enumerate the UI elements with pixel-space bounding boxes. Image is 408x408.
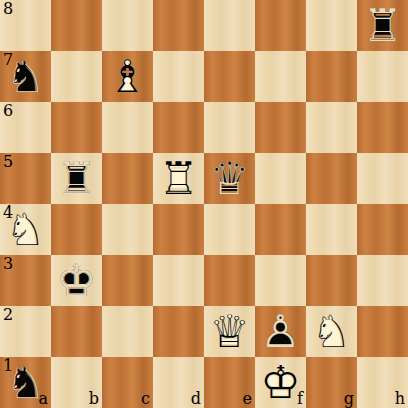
black-rook-outline: ♖ (51, 153, 102, 204)
square-d6[interactable] (153, 102, 204, 153)
square-a5[interactable] (0, 153, 51, 204)
square-e4[interactable] (204, 204, 255, 255)
piece-white-knight[interactable]: ♞♘ (306, 306, 357, 357)
square-h3[interactable] (357, 255, 408, 306)
square-c2[interactable] (102, 306, 153, 357)
square-g1[interactable] (306, 357, 357, 408)
square-b1[interactable] (51, 357, 102, 408)
square-h6[interactable] (357, 102, 408, 153)
square-a2[interactable] (0, 306, 51, 357)
square-g5[interactable] (306, 153, 357, 204)
piece-black-pawn[interactable]: ♟♙ (255, 306, 306, 357)
black-queen-outline: ♕ (204, 153, 255, 204)
square-e8[interactable] (204, 0, 255, 51)
black-pawn-outline: ♙ (255, 306, 306, 357)
square-b2[interactable] (51, 306, 102, 357)
square-g6[interactable] (306, 102, 357, 153)
piece-black-knight[interactable]: ♞♘ (0, 357, 51, 408)
black-king-outline: ♔ (51, 255, 102, 306)
square-f5[interactable] (255, 153, 306, 204)
piece-black-queen[interactable]: ♛♕ (204, 153, 255, 204)
square-e7[interactable] (204, 51, 255, 102)
square-g8[interactable] (306, 0, 357, 51)
square-h1[interactable] (357, 357, 408, 408)
white-queen-outline: ♕ (204, 306, 255, 357)
piece-black-rook[interactable]: ♜♖ (357, 0, 408, 51)
black-rook-outline: ♖ (357, 0, 408, 51)
square-a7[interactable]: ♞♘ (0, 51, 51, 102)
square-f8[interactable] (255, 0, 306, 51)
square-a1[interactable]: ♞♘ (0, 357, 51, 408)
black-knight-outline: ♘ (0, 357, 51, 408)
square-c4[interactable] (102, 204, 153, 255)
piece-black-knight[interactable]: ♞♘ (0, 51, 51, 102)
square-c1[interactable] (102, 357, 153, 408)
square-d2[interactable] (153, 306, 204, 357)
square-d3[interactable] (153, 255, 204, 306)
black-knight-outline: ♘ (0, 51, 51, 102)
square-d4[interactable] (153, 204, 204, 255)
square-a3[interactable] (0, 255, 51, 306)
square-h7[interactable] (357, 51, 408, 102)
square-a6[interactable] (0, 102, 51, 153)
square-h2[interactable] (357, 306, 408, 357)
square-c6[interactable] (102, 102, 153, 153)
white-knight-outline: ♘ (0, 204, 51, 255)
square-c5[interactable] (102, 153, 153, 204)
square-f7[interactable] (255, 51, 306, 102)
piece-white-bishop[interactable]: ♝♗ (102, 51, 153, 102)
white-bishop-outline: ♗ (102, 51, 153, 102)
square-f6[interactable] (255, 102, 306, 153)
square-f1[interactable]: ♚♔ (255, 357, 306, 408)
piece-white-rook[interactable]: ♜♖ (153, 153, 204, 204)
square-e6[interactable] (204, 102, 255, 153)
square-d5[interactable]: ♜♖ (153, 153, 204, 204)
square-a4[interactable]: ♞♘ (0, 204, 51, 255)
square-b6[interactable] (51, 102, 102, 153)
piece-white-knight[interactable]: ♞♘ (0, 204, 51, 255)
square-c3[interactable] (102, 255, 153, 306)
square-e5[interactable]: ♛♕ (204, 153, 255, 204)
square-c8[interactable] (102, 0, 153, 51)
white-rook-outline: ♖ (153, 153, 204, 204)
white-king-outline: ♔ (255, 357, 306, 408)
square-b7[interactable] (51, 51, 102, 102)
piece-black-king[interactable]: ♚♔ (51, 255, 102, 306)
square-f3[interactable] (255, 255, 306, 306)
square-a8[interactable] (0, 0, 51, 51)
square-h8[interactable]: ♜♖ (357, 0, 408, 51)
square-f2[interactable]: ♟♙ (255, 306, 306, 357)
square-d7[interactable] (153, 51, 204, 102)
square-d8[interactable] (153, 0, 204, 51)
square-e2[interactable]: ♛♕ (204, 306, 255, 357)
square-g3[interactable] (306, 255, 357, 306)
piece-white-queen[interactable]: ♛♕ (204, 306, 255, 357)
piece-black-rook[interactable]: ♜♖ (51, 153, 102, 204)
square-d1[interactable] (153, 357, 204, 408)
square-b5[interactable]: ♜♖ (51, 153, 102, 204)
square-e1[interactable] (204, 357, 255, 408)
square-h5[interactable] (357, 153, 408, 204)
chess-board: ♜♖♞♘♝♗♜♖♜♖♛♕♞♘♚♔♛♕♟♙♞♘♞♘♚♔87654321abcdef… (0, 0, 408, 408)
square-g7[interactable] (306, 51, 357, 102)
square-f4[interactable] (255, 204, 306, 255)
square-b3[interactable]: ♚♔ (51, 255, 102, 306)
square-g2[interactable]: ♞♘ (306, 306, 357, 357)
square-g4[interactable] (306, 204, 357, 255)
square-b8[interactable] (51, 0, 102, 51)
square-e3[interactable] (204, 255, 255, 306)
piece-white-king[interactable]: ♚♔ (255, 357, 306, 408)
white-knight-outline: ♘ (306, 306, 357, 357)
square-b4[interactable] (51, 204, 102, 255)
square-h4[interactable] (357, 204, 408, 255)
square-c7[interactable]: ♝♗ (102, 51, 153, 102)
